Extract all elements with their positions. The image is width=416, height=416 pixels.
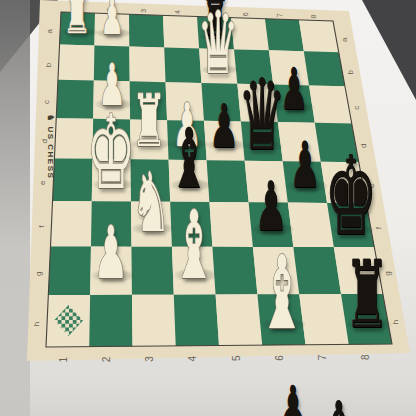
rank-label-top-7: 7 [276, 13, 283, 17]
file-label-left-e: e [38, 180, 47, 185]
rank-label-bottom-3: 3 [144, 356, 155, 362]
rank-label-bottom-6: 6 [274, 355, 285, 361]
piece-black-pawn-f6[interactable]: ♟ [255, 174, 288, 242]
square-b8[interactable] [304, 51, 345, 86]
square-h5[interactable] [216, 294, 263, 345]
brand-text: US CHESS [46, 126, 55, 179]
rank-label-bottom-1: 1 [58, 357, 69, 363]
knight-logo-icon: ♞ [46, 114, 55, 123]
square-a7[interactable] [265, 19, 304, 52]
square-g1[interactable] [48, 247, 91, 296]
square-h2[interactable] [89, 295, 132, 347]
rank-label-bottom-2: 2 [101, 356, 112, 362]
piece-black-rook-h8[interactable]: ♜ [344, 248, 389, 341]
rank-label-top-6: 6 [242, 12, 249, 16]
piece-white-rook-a1[interactable]: ♜ [63, 0, 91, 43]
file-label-left-b: b [44, 62, 53, 67]
piece-white-rook-d3[interactable]: ♜ [132, 85, 167, 157]
file-label-left-h: h [32, 322, 41, 326]
file-label-right-a: a [340, 37, 349, 42]
piece-white-bishop-h6[interactable]: ♝ [257, 243, 306, 344]
square-b3[interactable] [129, 46, 165, 82]
rank-label-top-3: 3 [140, 9, 147, 13]
piece-white-knight-f3[interactable]: ♞ [131, 162, 171, 244]
square-h4[interactable] [174, 295, 219, 346]
square-h3[interactable] [132, 295, 176, 347]
piece-white-pawn-a2[interactable]: ♟ [100, 0, 124, 42]
square-b4[interactable] [164, 47, 201, 83]
piece-black-pawn-e7[interactable]: ♟ [290, 134, 321, 198]
piece-black-pawn-d5[interactable]: ♟ [210, 96, 239, 156]
rank-label-top-4: 4 [174, 10, 181, 14]
rank-label-top-8: 8 [310, 14, 317, 18]
piece-black-bishop-e4[interactable]: ♝ [169, 118, 209, 201]
piece-white-bishop-g4[interactable]: ♝ [171, 199, 217, 294]
square-g3[interactable] [131, 247, 173, 295]
file-label-left-c: c [42, 100, 51, 104]
rank-label-bottom-8: 8 [360, 354, 371, 360]
piece-white-king-e2[interactable]: ♚ [87, 102, 136, 204]
piece-black-king-f8[interactable]: ♚ [324, 141, 377, 250]
piece-black-queen-d6[interactable]: ♛ [238, 66, 286, 164]
file-label-left-a: a [45, 28, 54, 33]
photo-frame: 1122334455667788aabbccddeeffgghh ♞ US CH… [0, 0, 416, 416]
square-b1[interactable] [58, 44, 94, 80]
rank-label-bottom-5: 5 [231, 355, 242, 361]
piece-white-queen-b5[interactable]: ♛ [197, 0, 239, 86]
square-h7[interactable] [299, 294, 349, 345]
file-label-right-c: c [352, 106, 361, 110]
uschess-brand-label: ♞ US CHESS [46, 114, 55, 179]
file-label-left-g: g [34, 272, 43, 276]
square-a3[interactable] [129, 14, 164, 47]
square-a8[interactable] [299, 20, 339, 52]
file-label-right-b: b [346, 70, 355, 75]
piece-white-pawn-g2[interactable]: ♟ [93, 216, 128, 289]
square-a4[interactable] [163, 15, 199, 48]
file-label-right-h: h [391, 320, 400, 324]
rank-label-bottom-7: 7 [317, 354, 328, 360]
captured-black-pawn[interactable]: ♟ [279, 378, 307, 416]
square-g5[interactable] [212, 247, 257, 295]
captured-black-bishop[interactable]: ♝ [322, 392, 356, 416]
rank-label-bottom-4: 4 [187, 355, 198, 361]
